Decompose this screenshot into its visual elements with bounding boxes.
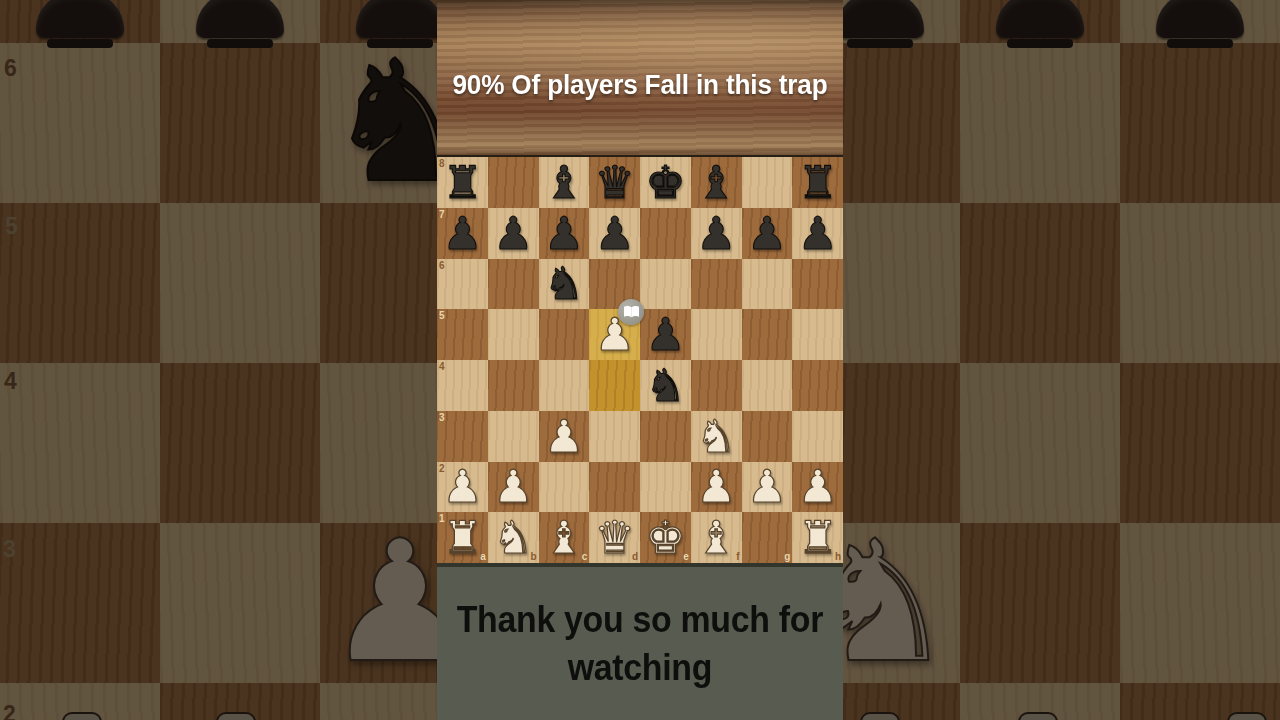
square-a1[interactable]: 1a♜ xyxy=(437,512,488,563)
square-d3[interactable] xyxy=(589,411,640,462)
black-pawn[interactable]: ♟ xyxy=(696,211,736,256)
square-h1[interactable]: h♜ xyxy=(792,512,843,563)
black-pawn[interactable]: ♟ xyxy=(544,211,584,256)
caption-title: 90% Of players Fall in this trap xyxy=(443,70,837,101)
black-pawn[interactable]: ♟ xyxy=(747,211,787,256)
square-a3[interactable]: 3 xyxy=(437,411,488,462)
square-h3[interactable] xyxy=(792,411,843,462)
file-label: h xyxy=(835,552,841,562)
black-knight[interactable]: ♞ xyxy=(645,363,685,408)
black-pawn[interactable]: ♟ xyxy=(594,211,634,256)
square-g7[interactable]: ♟ xyxy=(742,208,793,259)
white-rook[interactable]: ♜ xyxy=(797,515,837,560)
black-pawn[interactable]: ♟ xyxy=(797,211,837,256)
square-e4[interactable]: ♞ xyxy=(640,360,691,411)
square-g2[interactable]: ♟ xyxy=(742,462,793,513)
square-c2[interactable] xyxy=(539,462,590,513)
square-f1[interactable]: f♝ xyxy=(691,512,742,563)
white-pawn[interactable]: ♟ xyxy=(747,464,787,509)
square-d2[interactable] xyxy=(589,462,640,513)
file-label: e xyxy=(683,552,689,562)
square-c4[interactable] xyxy=(539,360,590,411)
square-c7[interactable]: ♟ xyxy=(539,208,590,259)
square-f2[interactable]: ♟ xyxy=(691,462,742,513)
square-e6[interactable] xyxy=(640,259,691,310)
square-f3[interactable]: ♞ xyxy=(691,411,742,462)
square-e5[interactable]: ♟ xyxy=(640,309,691,360)
square-h5[interactable] xyxy=(792,309,843,360)
square-e7[interactable] xyxy=(640,208,691,259)
title-banner: 90% Of players Fall in this trap xyxy=(437,0,843,155)
square-d8[interactable]: ♛ xyxy=(589,157,640,208)
chess-board[interactable]: 8♜♝♛♚♝♜7♟♟♟♟♟♟♟6♞5♟♟4♞3♟♞2♟♟♟♟♟1a♜b♞c♝d♛… xyxy=(437,157,843,563)
rank-label: 6 xyxy=(439,261,445,271)
file-label: b xyxy=(530,552,536,562)
square-b3[interactable] xyxy=(488,411,539,462)
square-a2[interactable]: 2♟ xyxy=(437,462,488,513)
square-b4[interactable] xyxy=(488,360,539,411)
thanks-caption-line2: watching xyxy=(457,644,823,692)
square-g6[interactable] xyxy=(742,259,793,310)
white-queen[interactable]: ♛ xyxy=(594,515,634,560)
white-rook[interactable]: ♜ xyxy=(442,515,482,560)
white-king[interactable]: ♚ xyxy=(645,515,685,560)
square-g8[interactable] xyxy=(742,157,793,208)
square-g4[interactable] xyxy=(742,360,793,411)
square-e3[interactable] xyxy=(640,411,691,462)
rank-label: 8 xyxy=(439,159,445,169)
open-book-icon xyxy=(618,299,644,325)
square-c5[interactable] xyxy=(539,309,590,360)
white-pawn[interactable]: ♟ xyxy=(544,414,584,459)
square-b5[interactable] xyxy=(488,309,539,360)
square-b1[interactable]: b♞ xyxy=(488,512,539,563)
square-c6[interactable]: ♞ xyxy=(539,259,590,310)
square-g3[interactable] xyxy=(742,411,793,462)
white-pawn[interactable]: ♟ xyxy=(696,464,736,509)
white-bishop[interactable]: ♝ xyxy=(696,515,736,560)
square-f8[interactable]: ♝ xyxy=(691,157,742,208)
square-d1[interactable]: d♛ xyxy=(589,512,640,563)
square-c8[interactable]: ♝ xyxy=(539,157,590,208)
white-knight[interactable]: ♞ xyxy=(493,515,533,560)
black-knight[interactable]: ♞ xyxy=(544,261,584,306)
black-pawn[interactable]: ♟ xyxy=(442,211,482,256)
square-a8[interactable]: 8♜ xyxy=(437,157,488,208)
video-frame: ♞♟♞65432 90% Of players Fall in this tra… xyxy=(0,0,1280,720)
square-h4[interactable] xyxy=(792,360,843,411)
square-a4[interactable]: 4 xyxy=(437,360,488,411)
open-book-glyph xyxy=(623,305,640,319)
square-b8[interactable] xyxy=(488,157,539,208)
black-bishop[interactable]: ♝ xyxy=(544,160,584,205)
rank-label: 4 xyxy=(439,362,445,372)
square-h7[interactable]: ♟ xyxy=(792,208,843,259)
rank-label: 1 xyxy=(439,514,445,524)
white-pawn[interactable]: ♟ xyxy=(442,464,482,509)
square-d4[interactable] xyxy=(589,360,640,411)
square-g1[interactable]: g xyxy=(742,512,793,563)
square-e8[interactable]: ♚ xyxy=(640,157,691,208)
white-pawn[interactable]: ♟ xyxy=(797,464,837,509)
black-rook[interactable]: ♜ xyxy=(442,160,482,205)
square-c3[interactable]: ♟ xyxy=(539,411,590,462)
rank-label: 2 xyxy=(439,464,445,474)
black-pawn[interactable]: ♟ xyxy=(493,211,533,256)
white-knight[interactable]: ♞ xyxy=(696,414,736,459)
black-king[interactable]: ♚ xyxy=(645,160,685,205)
square-a5[interactable]: 5 xyxy=(437,309,488,360)
square-h2[interactable]: ♟ xyxy=(792,462,843,513)
square-a7[interactable]: 7♟ xyxy=(437,208,488,259)
white-bishop[interactable]: ♝ xyxy=(544,515,584,560)
thanks-caption-line1: Thank you so much for xyxy=(457,596,823,644)
square-b6[interactable] xyxy=(488,259,539,310)
square-f5[interactable] xyxy=(691,309,742,360)
black-rook[interactable]: ♜ xyxy=(797,160,837,205)
square-f4[interactable] xyxy=(691,360,742,411)
file-label: c xyxy=(582,552,588,562)
square-g5[interactable] xyxy=(742,309,793,360)
center-panel: 90% Of players Fall in this trap 8♜♝♛♚♝♜… xyxy=(437,0,843,720)
square-a6[interactable]: 6 xyxy=(437,259,488,310)
square-b7[interactable]: ♟ xyxy=(488,208,539,259)
file-label: a xyxy=(480,552,486,562)
black-bishop[interactable]: ♝ xyxy=(696,160,736,205)
black-pawn[interactable]: ♟ xyxy=(645,312,685,357)
square-e1[interactable]: e♚ xyxy=(640,512,691,563)
black-queen[interactable]: ♛ xyxy=(594,160,634,205)
square-f7[interactable]: ♟ xyxy=(691,208,742,259)
thanks-caption: Thank you so much for watching xyxy=(457,596,823,691)
square-h8[interactable]: ♜ xyxy=(792,157,843,208)
white-pawn[interactable]: ♟ xyxy=(493,464,533,509)
square-h6[interactable] xyxy=(792,259,843,310)
square-d7[interactable]: ♟ xyxy=(589,208,640,259)
bottom-panel: Thank you so much for watching xyxy=(437,567,843,720)
file-label: f xyxy=(736,552,739,562)
rank-label: 3 xyxy=(439,413,445,423)
file-label: d xyxy=(632,552,638,562)
square-c1[interactable]: c♝ xyxy=(539,512,590,563)
file-label: g xyxy=(784,552,790,562)
square-f6[interactable] xyxy=(691,259,742,310)
square-e2[interactable] xyxy=(640,462,691,513)
rank-label: 7 xyxy=(439,210,445,220)
rank-label: 5 xyxy=(439,311,445,321)
square-b2[interactable]: ♟ xyxy=(488,462,539,513)
